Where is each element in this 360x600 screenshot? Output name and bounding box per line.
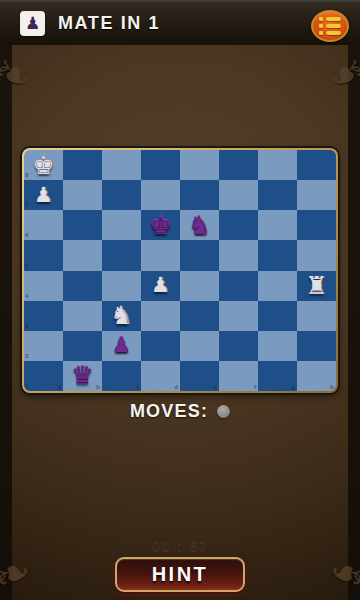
square-c3[interactable]: ♞ [102,301,141,331]
square-h8[interactable] [297,150,336,180]
square-d4[interactable]: ♟ [141,271,180,301]
square-d1[interactable]: d [141,361,180,391]
white-knight-piece: ♞ [110,303,132,328]
square-c2[interactable]: ♟ [102,331,141,361]
square-b2[interactable] [63,331,102,361]
rank-label: 8 [25,172,28,178]
square-f7[interactable] [219,180,258,210]
square-b1[interactable]: ♛b [63,361,102,391]
square-d6[interactable]: ♚ [141,210,180,240]
square-g5[interactable] [258,240,297,270]
white-pawn-piece: ♟ [151,275,170,296]
square-f3[interactable] [219,301,258,331]
black-king-piece: ♚ [149,213,171,238]
square-a5[interactable]: 5 [24,240,63,270]
square-g4[interactable] [258,271,297,301]
square-f8[interactable] [219,150,258,180]
square-g7[interactable] [258,180,297,210]
square-c8[interactable] [102,150,141,180]
file-label: h [330,384,334,390]
square-e8[interactable] [180,150,219,180]
app-screen: ❧ ❧ ❧ ❧ ♟ MATE IN 1 ♚8♟76♚♞54♟♜3♞2♟1a♛bc… [0,0,360,600]
square-h5[interactable] [297,240,336,270]
pawn-icon: ♟ [25,15,40,32]
square-c1[interactable]: c [102,361,141,391]
square-e2[interactable] [180,331,219,361]
square-c4[interactable] [102,271,141,301]
square-a3[interactable]: 3 [24,301,63,331]
square-e3[interactable] [180,301,219,331]
file-label: e [214,384,217,390]
square-a8[interactable]: ♚8 [24,150,63,180]
square-c7[interactable] [102,180,141,210]
page-title: MATE IN 1 [58,13,160,34]
square-g6[interactable] [258,210,297,240]
square-g1[interactable]: g [258,361,297,391]
square-h6[interactable] [297,210,336,240]
left-edge-frame [0,45,12,600]
square-e6[interactable]: ♞ [180,210,219,240]
square-h3[interactable] [297,301,336,331]
square-e7[interactable] [180,180,219,210]
rank-label: 6 [25,232,28,238]
rank-label: 5 [25,263,28,269]
right-edge-frame [348,45,360,600]
square-f6[interactable] [219,210,258,240]
square-a4[interactable]: 4 [24,271,63,301]
file-label: b [96,384,100,390]
hint-button[interactable]: HINT [115,557,245,592]
list-menu-icon [319,17,341,35]
square-f2[interactable] [219,331,258,361]
hint-button-label: HINT [152,563,209,586]
square-f5[interactable] [219,240,258,270]
rank-label: 2 [25,353,28,359]
square-c6[interactable] [102,210,141,240]
square-g2[interactable] [258,331,297,361]
file-label: g [291,384,295,390]
square-f4[interactable] [219,271,258,301]
black-knight-piece: ♞ [188,213,210,238]
move-slot-dot [217,405,230,418]
white-pawn-piece: ♟ [34,185,53,206]
square-a7[interactable]: ♟7 [24,180,63,210]
chess-board-frame: ♚8♟76♚♞54♟♜3♞2♟1a♛bcdefgh [22,148,338,393]
square-h1[interactable]: h [297,361,336,391]
square-e1[interactable]: e [180,361,219,391]
square-d8[interactable] [141,150,180,180]
square-b5[interactable] [63,240,102,270]
square-h7[interactable] [297,180,336,210]
rank-label: 4 [25,293,28,299]
square-e4[interactable] [180,271,219,301]
top-bar: ♟ MATE IN 1 [0,0,360,45]
rank-label: 7 [25,202,28,208]
file-label: d [174,384,178,390]
file-label: a [58,384,61,390]
pawn-badge: ♟ [20,11,45,36]
file-label: f [254,384,256,390]
timer-display: 00 : 57 [0,537,360,554]
square-e5[interactable] [180,240,219,270]
square-b7[interactable] [63,180,102,210]
black-queen-piece: ♛ [71,363,93,388]
square-g3[interactable] [258,301,297,331]
square-d5[interactable] [141,240,180,270]
white-king-piece: ♚ [32,153,54,178]
file-label: c [136,384,139,390]
black-pawn-piece: ♟ [112,335,131,356]
square-a2[interactable]: 2 [24,331,63,361]
square-h2[interactable] [297,331,336,361]
square-f1[interactable]: f [219,361,258,391]
chess-board: ♚8♟76♚♞54♟♜3♞2♟1a♛bcdefgh [24,150,336,391]
white-rook-piece: ♜ [305,273,327,298]
square-b6[interactable] [63,210,102,240]
square-d2[interactable] [141,331,180,361]
rank-label: 3 [25,323,28,329]
square-g8[interactable] [258,150,297,180]
square-d7[interactable] [141,180,180,210]
square-b3[interactable] [63,301,102,331]
square-a6[interactable]: 6 [24,210,63,240]
square-b4[interactable] [63,271,102,301]
rank-label: 1 [25,383,28,389]
square-h4[interactable]: ♜ [297,271,336,301]
moves-label: MOVES: [130,401,208,422]
moves-row: MOVES: [0,399,360,423]
square-c5[interactable] [102,240,141,270]
square-a1[interactable]: 1a [24,361,63,391]
square-b8[interactable] [63,150,102,180]
square-d3[interactable] [141,301,180,331]
menu-button[interactable] [311,10,349,42]
